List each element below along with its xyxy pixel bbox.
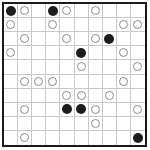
cell-r8c9[interactable] [131, 117, 145, 131]
cell-r0c8[interactable] [117, 4, 131, 18]
white-circle [20, 77, 29, 86]
cell-r4c6[interactable] [89, 60, 103, 74]
white-circle [91, 119, 100, 128]
cell-r6c3[interactable] [46, 89, 60, 103]
white-circle [133, 62, 142, 71]
cell-r3c6[interactable] [89, 46, 103, 60]
cell-r8c8[interactable] [117, 117, 131, 131]
black-circle [76, 48, 86, 58]
cell-r1c0[interactable] [4, 18, 18, 32]
cell-r1c1[interactable] [18, 18, 32, 32]
cell-r5c9[interactable] [131, 75, 145, 89]
cell-r1c8[interactable] [117, 18, 131, 32]
cell-r4c8[interactable] [117, 60, 131, 74]
cell-r8c2[interactable] [32, 117, 46, 131]
cell-r6c5[interactable] [75, 89, 89, 103]
cell-r1c7[interactable] [103, 18, 117, 32]
cell-r9c4[interactable] [60, 131, 74, 145]
cell-r2c0[interactable] [4, 32, 18, 46]
cell-r0c0[interactable] [4, 4, 18, 18]
cell-r4c9[interactable] [131, 60, 145, 74]
cell-r5c4[interactable] [60, 75, 74, 89]
cell-r0c1[interactable] [18, 4, 32, 18]
cell-r2c4[interactable] [60, 32, 74, 46]
white-circle [20, 105, 29, 114]
cell-r5c2[interactable] [32, 75, 46, 89]
cell-r7c3[interactable] [46, 103, 60, 117]
white-circle [119, 48, 128, 57]
cell-r3c1[interactable] [18, 46, 32, 60]
white-circle [34, 77, 43, 86]
cell-r6c1[interactable] [18, 89, 32, 103]
cell-r0c9[interactable] [131, 4, 145, 18]
cell-r9c2[interactable] [32, 131, 46, 145]
white-circle [20, 34, 29, 43]
cell-r4c3[interactable] [46, 60, 60, 74]
cell-r6c7[interactable] [103, 89, 117, 103]
cell-r7c8[interactable] [117, 103, 131, 117]
cell-r9c1[interactable] [18, 131, 32, 145]
cell-r7c5[interactable] [75, 103, 89, 117]
cell-r1c3[interactable] [46, 18, 60, 32]
cell-r6c9[interactable] [131, 89, 145, 103]
cell-r7c2[interactable] [32, 103, 46, 117]
white-circle [48, 77, 57, 86]
cell-r0c2[interactable] [32, 4, 46, 18]
cell-r3c4[interactable] [60, 46, 74, 60]
cell-r8c6[interactable] [89, 117, 103, 131]
white-circle [77, 91, 86, 100]
cell-r2c3[interactable] [46, 32, 60, 46]
cell-r5c5[interactable] [75, 75, 89, 89]
cell-r5c0[interactable] [4, 75, 18, 89]
cell-r4c1[interactable] [18, 60, 32, 74]
cell-r5c8[interactable] [117, 75, 131, 89]
white-circle [62, 34, 71, 43]
cell-r7c1[interactable] [18, 103, 32, 117]
white-circle [20, 6, 29, 15]
white-circle [6, 20, 15, 29]
white-circle [119, 77, 128, 86]
cell-r3c0[interactable] [4, 46, 18, 60]
cell-r6c4[interactable] [60, 89, 74, 103]
cell-r2c2[interactable] [32, 32, 46, 46]
cell-r0c5[interactable] [75, 4, 89, 18]
cell-r6c0[interactable] [4, 89, 18, 103]
cell-r8c4[interactable] [60, 117, 74, 131]
white-circle [6, 48, 15, 57]
cell-r0c3[interactable] [46, 4, 60, 18]
white-circle [20, 133, 29, 142]
cell-r0c4[interactable] [60, 4, 74, 18]
masyu-board [2, 2, 147, 147]
cell-r8c3[interactable] [46, 117, 60, 131]
white-circle [133, 20, 142, 29]
cell-r9c0[interactable] [4, 131, 18, 145]
black-circle [76, 104, 86, 114]
white-circle [77, 62, 86, 71]
cell-r2c5[interactable] [75, 32, 89, 46]
cell-r5c1[interactable] [18, 75, 32, 89]
cell-r1c4[interactable] [60, 18, 74, 32]
cell-r3c7[interactable] [103, 46, 117, 60]
cell-r8c1[interactable] [18, 117, 32, 131]
white-circle [91, 34, 100, 43]
cell-r7c9[interactable] [131, 103, 145, 117]
cell-r4c7[interactable] [103, 60, 117, 74]
black-circle [104, 34, 114, 44]
cell-r7c7[interactable] [103, 103, 117, 117]
cell-r0c7[interactable] [103, 4, 117, 18]
cell-r2c6[interactable] [89, 32, 103, 46]
cell-r9c9[interactable] [131, 131, 145, 145]
cell-r8c7[interactable] [103, 117, 117, 131]
cell-r9c5[interactable] [75, 131, 89, 145]
black-circle [133, 133, 143, 143]
cell-r4c0[interactable] [4, 60, 18, 74]
cell-r4c5[interactable] [75, 60, 89, 74]
white-circle [62, 91, 71, 100]
black-circle [62, 104, 72, 114]
cell-r9c3[interactable] [46, 131, 60, 145]
cell-r3c9[interactable] [131, 46, 145, 60]
cell-r7c4[interactable] [60, 103, 74, 117]
black-circle [6, 6, 16, 16]
cell-r1c6[interactable] [89, 18, 103, 32]
white-circle [133, 105, 142, 114]
cell-r3c5[interactable] [75, 46, 89, 60]
cell-r6c8[interactable] [117, 89, 131, 103]
cell-r1c2[interactable] [32, 18, 46, 32]
cell-r4c2[interactable] [32, 60, 46, 74]
cell-r9c6[interactable] [89, 131, 103, 145]
cell-r9c8[interactable] [117, 131, 131, 145]
white-circle [105, 91, 114, 100]
cell-r3c3[interactable] [46, 46, 60, 60]
cell-r1c9[interactable] [131, 18, 145, 32]
cell-r3c8[interactable] [117, 46, 131, 60]
white-circle [91, 105, 100, 114]
white-circle [119, 20, 128, 29]
cell-r6c6[interactable] [89, 89, 103, 103]
cell-r5c6[interactable] [89, 75, 103, 89]
cell-r4c4[interactable] [60, 60, 74, 74]
cell-r9c7[interactable] [103, 131, 117, 145]
cell-r8c0[interactable] [4, 117, 18, 131]
black-circle [48, 6, 58, 16]
white-circle [91, 6, 100, 15]
cell-r7c6[interactable] [89, 103, 103, 117]
cell-r6c2[interactable] [32, 89, 46, 103]
cell-r1c5[interactable] [75, 18, 89, 32]
cell-r2c8[interactable] [117, 32, 131, 46]
cell-r2c9[interactable] [131, 32, 145, 46]
cell-r3c2[interactable] [32, 46, 46, 60]
white-circle [62, 6, 71, 15]
cell-r5c3[interactable] [46, 75, 60, 89]
cell-r2c1[interactable] [18, 32, 32, 46]
cell-r7c0[interactable] [4, 103, 18, 117]
white-circle [48, 20, 57, 29]
cell-r8c5[interactable] [75, 117, 89, 131]
cell-r2c7[interactable] [103, 32, 117, 46]
cell-r0c6[interactable] [89, 4, 103, 18]
cell-r5c7[interactable] [103, 75, 117, 89]
